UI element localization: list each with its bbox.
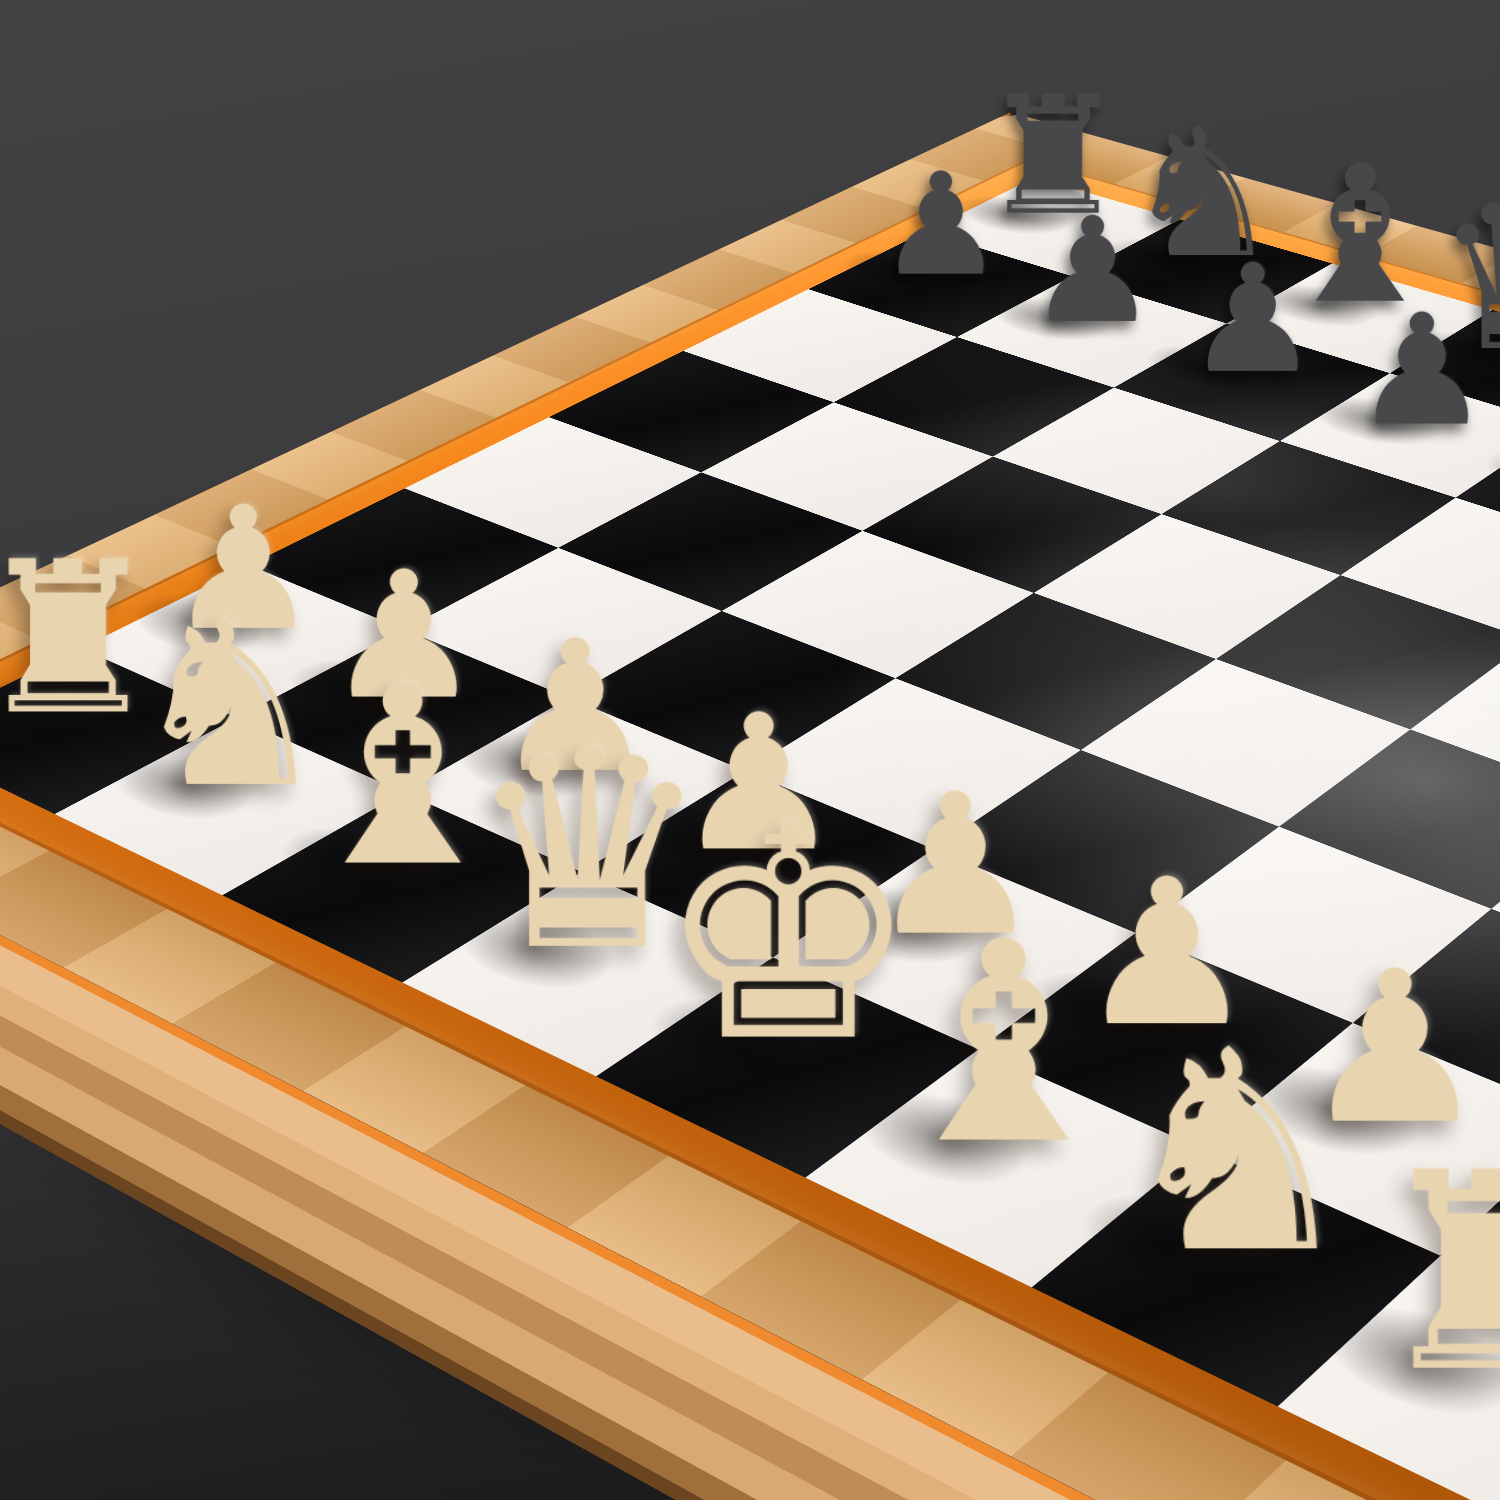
scene-background: ♜♞♝♛♚♝♞♜♟♟♟♟♟♟♟♟♟♟♟♟♟♟♟♟♜♞♝♛♚♝♞♜ [0,0,1500,1500]
chess-board-3d: ♜♞♝♛♚♝♞♜♟♟♟♟♟♟♟♟♟♟♟♟♟♟♟♟♜♞♝♛♚♝♞♜ [0,112,1500,1500]
piece-white-rook-h1[interactable]: ♜ [1278,1256,1500,1500]
rook-icon: ♜ [1338,1137,1500,1411]
perspective-scene: ♜♞♝♛♚♝♞♜♟♟♟♟♟♟♟♟♟♟♟♟♟♟♟♟♜♞♝♛♚♝♞♜ [0,0,1500,1500]
